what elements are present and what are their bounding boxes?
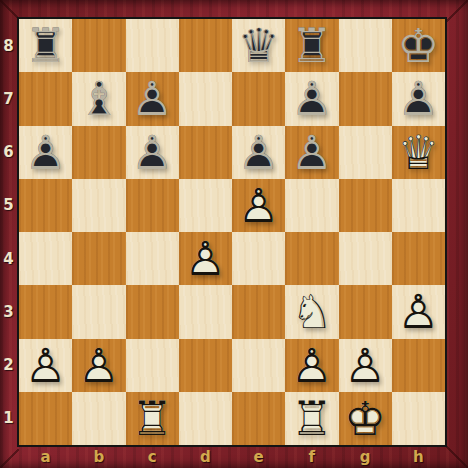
- rank-label-6: 6: [0, 126, 17, 179]
- square-e1[interactable]: [232, 392, 285, 445]
- white-knight-outline-icon: ♘: [285, 285, 338, 338]
- black-bishop-outline-icon: ♗: [72, 72, 125, 125]
- square-g5[interactable]: [339, 179, 392, 232]
- piece-white-pawn[interactable]: ♟♙: [179, 232, 232, 285]
- square-f2[interactable]: ♟♙: [285, 339, 338, 392]
- file-label-c: c: [126, 446, 179, 468]
- square-c5[interactable]: [126, 179, 179, 232]
- square-d2[interactable]: [179, 339, 232, 392]
- square-e3[interactable]: [232, 285, 285, 338]
- piece-black-bishop[interactable]: ♝♗: [72, 72, 125, 125]
- frame-miter-bottom-left: [0, 449, 19, 468]
- file-label-f: f: [285, 446, 338, 468]
- piece-white-pawn[interactable]: ♟♙: [72, 339, 125, 392]
- chess-board[interactable]: ♜♖♛♕♜♖♚♔♝♗♟♙♟♙♟♙♟♙♟♙♟♙♟♙♛♕♟♙♟♙♞♘♟♙♟♙♟♙♟♙…: [17, 17, 447, 447]
- piece-black-pawn[interactable]: ♟♙: [232, 126, 285, 179]
- square-c1[interactable]: ♜♖: [126, 392, 179, 445]
- piece-white-rook[interactable]: ♜♖: [285, 392, 338, 445]
- rank-label-5: 5: [0, 179, 17, 232]
- square-g1[interactable]: ♚♔: [339, 392, 392, 445]
- square-f7[interactable]: ♟♙: [285, 72, 338, 125]
- piece-white-pawn[interactable]: ♟♙: [339, 339, 392, 392]
- piece-black-rook[interactable]: ♜♖: [19, 19, 72, 72]
- white-rook-outline-icon: ♖: [285, 392, 338, 445]
- piece-black-pawn[interactable]: ♟♙: [126, 126, 179, 179]
- white-rook-outline-icon: ♖: [126, 392, 179, 445]
- black-pawn-outline-icon: ♙: [285, 126, 338, 179]
- square-d8[interactable]: [179, 19, 232, 72]
- square-c2[interactable]: [126, 339, 179, 392]
- square-c4[interactable]: [126, 232, 179, 285]
- black-pawn-outline-icon: ♙: [126, 72, 179, 125]
- piece-black-king[interactable]: ♚♔: [392, 19, 445, 72]
- square-e2[interactable]: [232, 339, 285, 392]
- file-label-g: g: [339, 446, 392, 468]
- square-f1[interactable]: ♜♖: [285, 392, 338, 445]
- square-g4[interactable]: [339, 232, 392, 285]
- square-f5[interactable]: [285, 179, 338, 232]
- white-pawn-outline-icon: ♙: [339, 339, 392, 392]
- square-d5[interactable]: [179, 179, 232, 232]
- piece-white-rook[interactable]: ♜♖: [126, 392, 179, 445]
- white-pawn-outline-icon: ♙: [72, 339, 125, 392]
- black-rook-outline-icon: ♖: [285, 19, 338, 72]
- frame-miter-top-right: [445, 0, 468, 23]
- square-b7[interactable]: ♝♗: [72, 72, 125, 125]
- file-label-d: d: [179, 446, 232, 468]
- rank-label-3: 3: [0, 285, 17, 338]
- square-d3[interactable]: [179, 285, 232, 338]
- piece-black-pawn[interactable]: ♟♙: [19, 126, 72, 179]
- square-e6[interactable]: ♟♙: [232, 126, 285, 179]
- square-a5[interactable]: [19, 179, 72, 232]
- square-f6[interactable]: ♟♙: [285, 126, 338, 179]
- white-pawn-outline-icon: ♙: [285, 339, 338, 392]
- piece-black-queen[interactable]: ♛♕: [232, 19, 285, 72]
- square-b3[interactable]: [72, 285, 125, 338]
- rank-label-7: 7: [0, 72, 17, 125]
- file-label-h: h: [392, 446, 445, 468]
- black-pawn-outline-icon: ♙: [19, 126, 72, 179]
- square-f4[interactable]: [285, 232, 338, 285]
- piece-white-pawn[interactable]: ♟♙: [392, 285, 445, 338]
- piece-black-pawn[interactable]: ♟♙: [285, 126, 338, 179]
- square-c3[interactable]: [126, 285, 179, 338]
- piece-black-rook[interactable]: ♜♖: [285, 19, 338, 72]
- square-a6[interactable]: ♟♙: [19, 126, 72, 179]
- frame-miter-bottom-right: [445, 445, 468, 468]
- square-e5[interactable]: ♟♙: [232, 179, 285, 232]
- square-b5[interactable]: [72, 179, 125, 232]
- square-d4[interactable]: ♟♙: [179, 232, 232, 285]
- square-e8[interactable]: ♛♕: [232, 19, 285, 72]
- white-pawn-outline-icon: ♙: [19, 339, 72, 392]
- square-f3[interactable]: ♞♘: [285, 285, 338, 338]
- piece-white-pawn[interactable]: ♟♙: [19, 339, 72, 392]
- square-g7[interactable]: [339, 72, 392, 125]
- square-h5[interactable]: [392, 179, 445, 232]
- square-c7[interactable]: ♟♙: [126, 72, 179, 125]
- black-king-outline-icon: ♔: [392, 19, 445, 72]
- square-h1[interactable]: [392, 392, 445, 445]
- square-a3[interactable]: [19, 285, 72, 338]
- square-h3[interactable]: ♟♙: [392, 285, 445, 338]
- square-h2[interactable]: [392, 339, 445, 392]
- square-h8[interactable]: ♚♔: [392, 19, 445, 72]
- black-pawn-outline-icon: ♙: [285, 72, 338, 125]
- file-labels: a b c d e f g h: [19, 446, 445, 468]
- square-c6[interactable]: ♟♙: [126, 126, 179, 179]
- board-frame: 8 7 6 5 4 3 2 1 ♜♖♛♕♜♖♚♔♝♗♟♙♟♙♟♙♟♙♟♙♟♙♟♙…: [0, 0, 468, 468]
- square-b2[interactable]: ♟♙: [72, 339, 125, 392]
- square-g3[interactable]: [339, 285, 392, 338]
- square-b4[interactable]: [72, 232, 125, 285]
- rank-label-4: 4: [0, 232, 17, 285]
- square-g2[interactable]: ♟♙: [339, 339, 392, 392]
- black-queen-outline-icon: ♕: [232, 19, 285, 72]
- piece-white-queen[interactable]: ♛♕: [392, 126, 445, 179]
- piece-black-pawn[interactable]: ♟♙: [126, 72, 179, 125]
- square-a7[interactable]: [19, 72, 72, 125]
- white-queen-outline-icon: ♕: [392, 126, 445, 179]
- square-b1[interactable]: [72, 392, 125, 445]
- black-pawn-outline-icon: ♙: [232, 126, 285, 179]
- square-b6[interactable]: [72, 126, 125, 179]
- file-label-a: a: [19, 446, 72, 468]
- square-h6[interactable]: ♛♕: [392, 126, 445, 179]
- square-a4[interactable]: [19, 232, 72, 285]
- rank-label-2: 2: [0, 339, 17, 392]
- piece-white-pawn[interactable]: ♟♙: [285, 339, 338, 392]
- white-pawn-outline-icon: ♙: [179, 232, 232, 285]
- square-g6[interactable]: [339, 126, 392, 179]
- square-g8[interactable]: [339, 19, 392, 72]
- file-label-b: b: [72, 446, 125, 468]
- piece-black-pawn[interactable]: ♟♙: [285, 72, 338, 125]
- square-a2[interactable]: ♟♙: [19, 339, 72, 392]
- black-pawn-outline-icon: ♙: [392, 72, 445, 125]
- square-d7[interactable]: [179, 72, 232, 125]
- square-c8[interactable]: [126, 19, 179, 72]
- square-b8[interactable]: [72, 19, 125, 72]
- white-king-outline-icon: ♔: [339, 392, 392, 445]
- white-pawn-outline-icon: ♙: [392, 285, 445, 338]
- rank-label-1: 1: [0, 392, 17, 445]
- square-d6[interactable]: [179, 126, 232, 179]
- rank-labels: 8 7 6 5 4 3 2 1: [0, 19, 17, 445]
- square-e7[interactable]: [232, 72, 285, 125]
- black-rook-outline-icon: ♖: [19, 19, 72, 72]
- piece-black-pawn[interactable]: ♟♙: [392, 72, 445, 125]
- piece-white-knight[interactable]: ♞♘: [285, 285, 338, 338]
- square-a8[interactable]: ♜♖: [19, 19, 72, 72]
- square-h7[interactable]: ♟♙: [392, 72, 445, 125]
- square-d1[interactable]: [179, 392, 232, 445]
- file-label-e: e: [232, 446, 285, 468]
- rank-label-8: 8: [0, 19, 17, 72]
- black-pawn-outline-icon: ♙: [126, 126, 179, 179]
- square-a1[interactable]: [19, 392, 72, 445]
- white-pawn-outline-icon: ♙: [232, 179, 285, 232]
- square-e4[interactable]: [232, 232, 285, 285]
- square-f8[interactable]: ♜♖: [285, 19, 338, 72]
- piece-white-pawn[interactable]: ♟♙: [232, 179, 285, 232]
- piece-white-king[interactable]: ♚♔: [339, 392, 392, 445]
- square-h4[interactable]: [392, 232, 445, 285]
